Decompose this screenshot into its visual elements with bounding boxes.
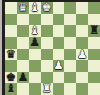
square-h2[interactable] [5,14,17,26]
square-g2[interactable] [17,14,29,26]
square-g6[interactable] [17,60,29,72]
square-h6[interactable] [5,60,17,72]
chess-board[interactable]: ♛♝♚♝♜♟♛♟♟♚♟♝♜ [5,2,100,95]
black-king-piece[interactable]: ♚ [5,72,17,84]
square-c5[interactable] [64,49,76,61]
square-d1[interactable] [53,2,65,14]
chess-app-window: ♛♝♚♝♜♟♛♟♟♚♟♝♜ [0,0,100,95]
square-f1[interactable]: ♝ [29,2,41,14]
square-b8[interactable] [76,83,88,95]
black-bishop-piece[interactable]: ♝ [5,83,17,95]
square-f5[interactable] [29,49,41,61]
square-h1[interactable] [5,2,17,14]
square-g3[interactable] [17,25,29,37]
square-e7[interactable] [41,72,53,84]
square-c2[interactable] [64,14,76,26]
square-c8[interactable] [64,83,76,95]
white-pawn-piece[interactable]: ♟ [53,60,65,72]
square-d2[interactable] [53,14,65,26]
square-a5[interactable] [88,49,100,61]
square-a1[interactable] [88,2,100,14]
black-queen-piece[interactable]: ♛ [5,49,17,61]
square-b5[interactable]: ♟ [76,49,88,61]
square-e6[interactable] [41,60,53,72]
square-d3[interactable] [53,25,65,37]
square-a3[interactable]: ♜ [88,25,100,37]
square-f2[interactable] [29,14,41,26]
square-g7[interactable]: ♟ [17,72,29,84]
white-rook-piece[interactable]: ♜ [41,83,53,95]
square-b2[interactable] [76,14,88,26]
square-d4[interactable] [53,37,65,49]
square-h7[interactable]: ♚ [5,72,17,84]
square-b1[interactable] [76,2,88,14]
square-g8[interactable] [17,83,29,95]
white-pawn-piece[interactable]: ♟ [76,49,88,61]
square-c4[interactable] [64,37,76,49]
black-pawn-piece[interactable]: ♟ [17,72,29,84]
square-c3[interactable] [64,25,76,37]
square-f7[interactable] [29,72,41,84]
square-h8[interactable]: ♝ [5,83,17,95]
square-d8[interactable] [53,83,65,95]
square-f6[interactable] [29,60,41,72]
square-f8[interactable] [29,83,41,95]
black-rook-piece[interactable]: ♜ [88,25,100,37]
square-g5[interactable] [17,49,29,61]
square-c1[interactable] [64,2,76,14]
square-e3[interactable] [41,25,53,37]
window-left-edge [0,0,2,95]
square-b3[interactable] [76,25,88,37]
square-g1[interactable]: ♛ [17,2,29,14]
square-e1[interactable]: ♚ [41,2,53,14]
square-a7[interactable] [88,72,100,84]
white-queen-piece[interactable]: ♛ [17,2,29,14]
white-king-piece[interactable]: ♚ [41,2,53,14]
black-pawn-piece[interactable]: ♟ [29,37,41,49]
square-b6[interactable] [76,60,88,72]
square-a6[interactable] [88,60,100,72]
square-h3[interactable] [5,25,17,37]
white-bishop-piece[interactable]: ♝ [29,25,41,37]
square-f4[interactable]: ♟ [29,37,41,49]
square-h5[interactable]: ♛ [5,49,17,61]
square-a2[interactable] [88,14,100,26]
square-e2[interactable] [41,14,53,26]
square-a4[interactable] [88,37,100,49]
square-e8[interactable]: ♜ [41,83,53,95]
square-g4[interactable] [17,37,29,49]
square-h4[interactable] [5,37,17,49]
square-b4[interactable] [76,37,88,49]
square-a8[interactable] [88,83,100,95]
square-d5[interactable] [53,49,65,61]
square-e5[interactable] [41,49,53,61]
square-f3[interactable]: ♝ [29,25,41,37]
square-d7[interactable] [53,72,65,84]
square-c7[interactable] [64,72,76,84]
square-d6[interactable]: ♟ [53,60,65,72]
square-c6[interactable] [64,60,76,72]
square-e4[interactable] [41,37,53,49]
square-b7[interactable] [76,72,88,84]
white-bishop-piece[interactable]: ♝ [29,2,41,14]
